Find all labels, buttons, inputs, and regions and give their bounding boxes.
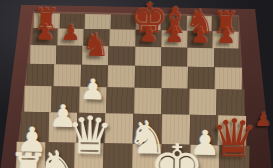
square-h5[interactable] (215, 67, 242, 89)
white-king-f1[interactable]: ♚ (149, 137, 205, 168)
black-pawn-e7[interactable]: ♟ (138, 23, 158, 45)
square-a4[interactable] (24, 86, 52, 112)
square-g6[interactable] (187, 48, 214, 67)
captured-black-pawn-on-rail: ♟ (254, 110, 271, 129)
square-e6[interactable] (135, 47, 162, 66)
chess-app-window: ♜♚♝♞♜♟♟♟♟♟♟♞♟♟♟♛♞♟♛♜♞♚ ♟ (0, 0, 273, 168)
black-knight-c6[interactable]: ♞ (81, 29, 110, 61)
white-knight-b1[interactable]: ♞ (35, 145, 80, 168)
white-pawn-c4[interactable]: ♟ (80, 76, 106, 105)
black-pawn-h7[interactable]: ♟ (216, 25, 236, 47)
pieces-layer: ♜♚♝♞♜♟♟♟♟♟♟♞♟♟♟♛♞♟♛♜♞♚ (0, 0, 273, 5)
square-g5[interactable] (188, 67, 215, 89)
square-b6[interactable] (56, 45, 83, 64)
square-f6[interactable] (161, 47, 188, 66)
square-d5[interactable] (107, 65, 134, 87)
square-h6[interactable] (214, 48, 241, 67)
board-tilt-wrapper: ♜♚♝♞♜♟♟♟♟♟♟♞♟♟♟♛♞♟♛♜♞♚ (0, 0, 273, 168)
square-a6[interactable] (30, 45, 57, 64)
square-f5[interactable] (161, 66, 188, 88)
black-pawn-g7[interactable]: ♟ (190, 24, 210, 46)
black-pawn-b7[interactable]: ♟ (61, 22, 81, 44)
square-e5[interactable] (134, 66, 161, 88)
square-d6[interactable] (109, 46, 136, 65)
black-pawn-f7[interactable]: ♟ (164, 24, 184, 46)
black-pawn-a7[interactable]: ♟ (35, 22, 55, 44)
black-queen-h2[interactable]: ♛ (210, 112, 258, 165)
square-b5[interactable] (54, 64, 81, 86)
square-a5[interactable] (27, 64, 54, 86)
